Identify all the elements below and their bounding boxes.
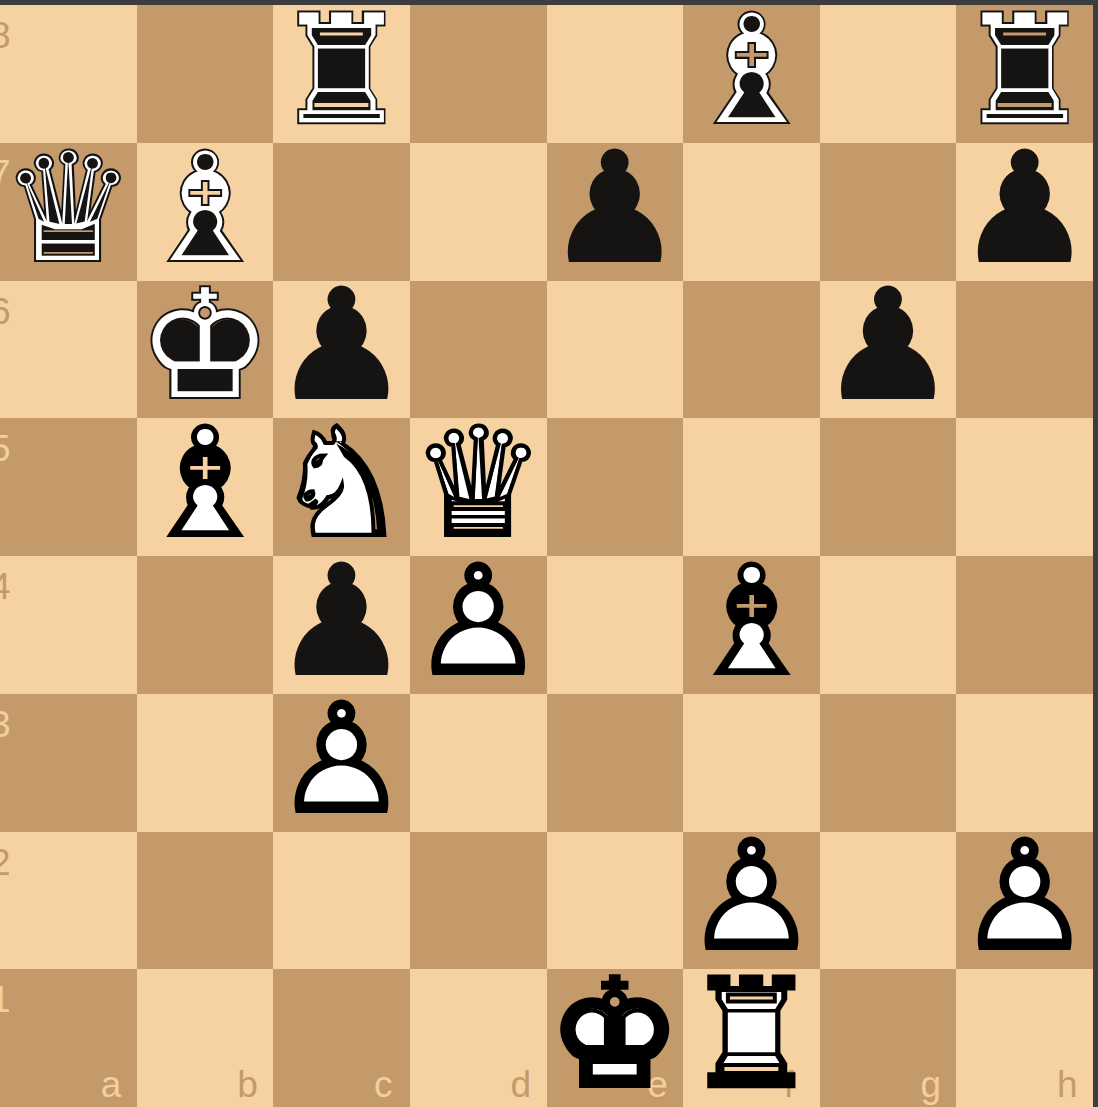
square-f8[interactable]: ♝♗ (683, 5, 820, 143)
black-rook-detail-glyph: ♖ (957, 0, 1091, 144)
square-d5[interactable]: ♛♕ (410, 418, 547, 556)
black-pawn-glyph: ♟︎ (957, 132, 1091, 282)
white-pawn-glyph: ♟︎ (684, 821, 818, 971)
white-pawn-glyph: ♟︎ (957, 821, 1091, 971)
piece-white-pawn[interactable]: ♟︎♙ (410, 556, 547, 694)
black-bishop-detail-glyph: ♗ (684, 0, 818, 144)
piece-white-knight[interactable]: ♞♘ (273, 418, 410, 556)
rank-label-2: 2 (0, 844, 11, 881)
square-f6[interactable] (683, 281, 820, 419)
rank-label-4: 4 (0, 568, 11, 605)
square-b7[interactable]: ♝♗ (137, 143, 274, 281)
square-c7[interactable] (273, 143, 410, 281)
rank-label-8: 8 (0, 17, 11, 54)
square-a4[interactable] (0, 556, 137, 694)
black-pawn-glyph: ♟︎ (274, 545, 408, 695)
square-a3[interactable] (0, 694, 137, 832)
square-c3[interactable]: ♟︎♙ (273, 694, 410, 832)
chess-board: ♜♖♝♗♜♖♛♕♝♗♟︎♟︎♚♔♟︎♟︎♝♗♞♘♛♕♟︎♟︎♙♝♗♟︎♙♟︎♙♟… (0, 5, 1093, 1107)
piece-black-king[interactable]: ♚♔ (137, 281, 274, 419)
square-a7[interactable]: ♛♕ (0, 143, 137, 281)
square-g7[interactable] (820, 143, 957, 281)
square-d7[interactable] (410, 143, 547, 281)
white-rook-detail-glyph: ♖ (684, 959, 818, 1107)
piece-black-bishop[interactable]: ♝♗ (137, 143, 274, 281)
piece-black-pawn[interactable]: ♟︎ (273, 556, 410, 694)
black-bishop-glyph: ♝ (684, 0, 818, 144)
square-g2[interactable] (820, 832, 957, 970)
white-bishop-glyph: ♝ (684, 545, 818, 695)
piece-white-bishop[interactable]: ♝♗ (137, 418, 274, 556)
piece-white-bishop[interactable]: ♝♗ (683, 556, 820, 694)
white-pawn-detail-glyph: ♙ (274, 683, 408, 833)
square-d8[interactable] (410, 5, 547, 143)
square-b8[interactable] (137, 5, 274, 143)
square-d2[interactable] (410, 832, 547, 970)
square-e4[interactable] (547, 556, 684, 694)
black-rook-glyph: ♜ (957, 0, 1091, 144)
square-g5[interactable] (820, 418, 957, 556)
square-a8[interactable] (0, 5, 137, 143)
square-c6[interactable]: ♟︎ (273, 281, 410, 419)
black-pawn-glyph: ♟︎ (274, 270, 408, 420)
white-queen-detail-glyph: ♕ (411, 408, 545, 558)
square-b2[interactable] (137, 832, 274, 970)
square-a2[interactable] (0, 832, 137, 970)
square-f5[interactable] (683, 418, 820, 556)
white-bishop-detail-glyph: ♗ (138, 408, 272, 558)
black-rook-detail-glyph: ♖ (274, 0, 408, 144)
square-c5[interactable]: ♞♘ (273, 418, 410, 556)
piece-black-pawn[interactable]: ♟︎ (547, 143, 684, 281)
square-g8[interactable] (820, 5, 957, 143)
piece-black-rook[interactable]: ♜♖ (273, 5, 410, 143)
white-pawn-detail-glyph: ♙ (957, 821, 1091, 971)
square-h5[interactable] (956, 418, 1093, 556)
white-pawn-glyph: ♟︎ (274, 683, 408, 833)
square-b6[interactable]: ♚♔ (137, 281, 274, 419)
square-h3[interactable] (956, 694, 1093, 832)
square-b4[interactable] (137, 556, 274, 694)
white-queen-glyph: ♛ (411, 408, 545, 558)
square-e8[interactable] (547, 5, 684, 143)
square-c8[interactable]: ♜♖ (273, 5, 410, 143)
square-f4[interactable]: ♝♗ (683, 556, 820, 694)
square-e5[interactable] (547, 418, 684, 556)
square-h4[interactable] (956, 556, 1093, 694)
white-pawn-detail-glyph: ♙ (411, 545, 545, 695)
square-g4[interactable] (820, 556, 957, 694)
square-c4[interactable]: ♟︎ (273, 556, 410, 694)
square-f2[interactable]: ♟︎♙ (683, 832, 820, 970)
piece-white-king[interactable]: ♚♔ (547, 969, 684, 1107)
piece-white-pawn[interactable]: ♟︎♙ (273, 694, 410, 832)
square-f1[interactable]: ♜♖ (683, 969, 820, 1107)
white-pawn-detail-glyph: ♙ (684, 821, 818, 971)
black-queen-detail-glyph: ♕ (1, 132, 135, 282)
white-knight-detail-glyph: ♘ (274, 408, 408, 558)
piece-white-pawn[interactable]: ♟︎♙ (956, 832, 1093, 970)
rank-label-3: 3 (0, 706, 11, 743)
square-h7[interactable]: ♟︎ (956, 143, 1093, 281)
square-f3[interactable] (683, 694, 820, 832)
piece-black-pawn[interactable]: ♟︎ (273, 281, 410, 419)
white-bishop-detail-glyph: ♗ (684, 545, 818, 695)
square-g3[interactable] (820, 694, 957, 832)
square-a6[interactable] (0, 281, 137, 419)
piece-black-queen[interactable]: ♛♕ (0, 143, 137, 281)
rank-label-5: 5 (0, 430, 11, 467)
square-d4[interactable]: ♟︎♙ (410, 556, 547, 694)
square-h8[interactable]: ♜♖ (956, 5, 1093, 143)
black-queen-glyph: ♛ (1, 132, 135, 282)
piece-white-pawn[interactable]: ♟︎♙ (683, 832, 820, 970)
black-king-glyph: ♚ (138, 270, 272, 420)
file-label-a: a (101, 1066, 122, 1103)
rank-label-1: 1 (0, 981, 11, 1018)
white-pawn-glyph: ♟︎ (411, 545, 545, 695)
file-label-h: h (1057, 1066, 1078, 1103)
square-h6[interactable] (956, 281, 1093, 419)
file-label-d: d (511, 1066, 532, 1103)
square-f7[interactable] (683, 143, 820, 281)
rank-label-6: 6 (0, 293, 11, 330)
white-king-glyph: ♚ (548, 959, 682, 1107)
piece-black-pawn[interactable]: ♟︎ (820, 281, 957, 419)
square-e7[interactable]: ♟︎ (547, 143, 684, 281)
black-bishop-detail-glyph: ♗ (138, 132, 272, 282)
white-bishop-glyph: ♝ (138, 408, 272, 558)
square-e6[interactable] (547, 281, 684, 419)
piece-black-rook[interactable]: ♜♖ (956, 5, 1093, 143)
piece-white-rook[interactable]: ♜♖ (683, 969, 820, 1107)
piece-black-pawn[interactable]: ♟︎ (956, 143, 1093, 281)
black-pawn-glyph: ♟︎ (821, 270, 955, 420)
square-g6[interactable]: ♟︎ (820, 281, 957, 419)
square-e3[interactable] (547, 694, 684, 832)
piece-black-bishop[interactable]: ♝♗ (683, 5, 820, 143)
square-a5[interactable] (0, 418, 137, 556)
black-bishop-glyph: ♝ (138, 132, 272, 282)
white-knight-glyph: ♞ (274, 408, 408, 558)
square-h2[interactable]: ♟︎♙ (956, 832, 1093, 970)
square-e1[interactable]: ♚♔ (547, 969, 684, 1107)
black-rook-glyph: ♜ (274, 0, 408, 144)
square-e2[interactable] (547, 832, 684, 970)
white-rook-glyph: ♜ (684, 959, 818, 1107)
square-d6[interactable] (410, 281, 547, 419)
square-c2[interactable] (273, 832, 410, 970)
file-label-b: b (237, 1066, 258, 1103)
screenshot-root: ♜♖♝♗♜♖♛♕♝♗♟︎♟︎♚♔♟︎♟︎♝♗♞♘♛♕♟︎♟︎♙♝♗♟︎♙♟︎♙♟… (0, 0, 1098, 1107)
square-d3[interactable] (410, 694, 547, 832)
square-b5[interactable]: ♝♗ (137, 418, 274, 556)
piece-white-queen[interactable]: ♛♕ (410, 418, 547, 556)
square-b3[interactable] (137, 694, 274, 832)
file-label-c: c (374, 1066, 393, 1103)
black-pawn-glyph: ♟︎ (548, 132, 682, 282)
black-king-detail-glyph: ♔ (138, 270, 272, 420)
file-label-g: g (920, 1066, 941, 1103)
white-king-detail-glyph: ♔ (548, 959, 682, 1107)
